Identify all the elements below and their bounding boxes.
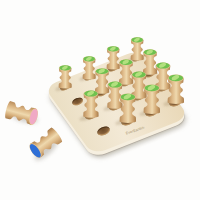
peg-r3-c3[interactable]: [163, 73, 189, 105]
peg-graphic: [163, 73, 189, 105]
peg-r3-c1[interactable]: [115, 92, 141, 124]
peg-spool-body: [119, 97, 135, 123]
peg-graphic: [1, 95, 42, 131]
peg-spool-body: [83, 94, 98, 118]
peg-graphic: [139, 83, 165, 115]
peg-spool-body: [58, 68, 71, 89]
peg-r2-c0[interactable]: [79, 89, 103, 119]
peg-graphic: [79, 89, 103, 119]
loose-peg-pink[interactable]: [1, 95, 42, 131]
peg-r3-c2[interactable]: [139, 83, 165, 115]
peg-graphic: [55, 64, 75, 90]
memory-game-scene: EverEarth®: [0, 0, 200, 200]
peg-r0-c0[interactable]: [55, 64, 75, 90]
peg-spool-body: [167, 78, 183, 104]
peg-spool-body: [143, 88, 159, 114]
peg-graphic: [115, 92, 141, 124]
